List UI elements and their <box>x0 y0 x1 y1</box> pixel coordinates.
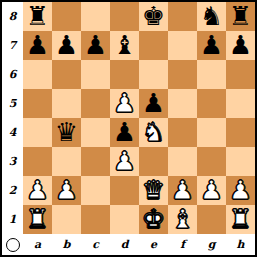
square-a6[interactable] <box>23 60 52 89</box>
piece-white-pawn: ♟ <box>229 176 252 205</box>
piece-white-pawn: ♟ <box>200 176 223 205</box>
square-e5[interactable]: ♟ <box>139 89 168 118</box>
side-to-move-corner <box>2 234 23 255</box>
piece-white-king: ♚ <box>142 205 165 234</box>
piece-black-pawn: ♟ <box>26 31 49 60</box>
piece-black-bishop: ♝ <box>113 31 136 60</box>
square-f8[interactable] <box>168 2 197 31</box>
square-e1[interactable]: ♚ <box>139 205 168 234</box>
square-g6[interactable] <box>197 60 226 89</box>
square-g2[interactable]: ♟ <box>197 176 226 205</box>
piece-white-pawn: ♟ <box>26 176 49 205</box>
square-d6[interactable] <box>110 60 139 89</box>
square-b3[interactable] <box>52 147 81 176</box>
square-g7[interactable]: ♟ <box>197 31 226 60</box>
square-h2[interactable]: ♟ <box>226 176 255 205</box>
square-f1[interactable]: ♝ <box>168 205 197 234</box>
rank-label-7: 7 <box>2 31 23 60</box>
square-d8[interactable] <box>110 2 139 31</box>
square-h3[interactable] <box>226 147 255 176</box>
square-d7[interactable]: ♝ <box>110 31 139 60</box>
piece-black-pawn: ♟ <box>55 31 78 60</box>
piece-white-pawn: ♟ <box>171 176 194 205</box>
piece-white-rook: ♜ <box>229 205 252 234</box>
square-g4[interactable] <box>197 118 226 147</box>
square-b2[interactable]: ♟ <box>52 176 81 205</box>
square-e2[interactable]: ♛ <box>139 176 168 205</box>
white-to-move-circle-icon <box>6 238 20 252</box>
square-a2[interactable]: ♟ <box>23 176 52 205</box>
square-e6[interactable] <box>139 60 168 89</box>
square-c3[interactable] <box>81 147 110 176</box>
square-h5[interactable] <box>226 89 255 118</box>
square-d2[interactable] <box>110 176 139 205</box>
square-a1[interactable]: ♜ <box>23 205 52 234</box>
square-b7[interactable]: ♟ <box>52 31 81 60</box>
square-e3[interactable] <box>139 147 168 176</box>
square-d5[interactable]: ♟ <box>110 89 139 118</box>
square-e4[interactable]: ♞ <box>139 118 168 147</box>
chess-diagram: 87654321 ♜♚♞♜♟♟♟♝♟♟♟♟♛♟♞♟♟♟♛♟♟♟♜♚♝♜ abcd… <box>0 0 257 257</box>
file-label-d: d <box>110 234 139 255</box>
rank-label-2: 2 <box>2 176 23 205</box>
square-c5[interactable] <box>81 89 110 118</box>
rank-label-6: 6 <box>2 60 23 89</box>
square-h1[interactable]: ♜ <box>226 205 255 234</box>
piece-black-pawn: ♟ <box>200 31 223 60</box>
rank-labels: 87654321 <box>2 2 23 234</box>
file-label-e: e <box>139 234 168 255</box>
square-h8[interactable]: ♜ <box>226 2 255 31</box>
square-d3[interactable]: ♟ <box>110 147 139 176</box>
piece-white-bishop: ♝ <box>171 205 194 234</box>
file-label-h: h <box>226 234 255 255</box>
rank-label-8: 8 <box>2 2 23 31</box>
square-a5[interactable] <box>23 89 52 118</box>
square-d4[interactable]: ♟ <box>110 118 139 147</box>
square-c7[interactable]: ♟ <box>81 31 110 60</box>
square-d1[interactable] <box>110 205 139 234</box>
file-labels: abcdefgh <box>23 234 255 255</box>
file-label-a: a <box>23 234 52 255</box>
square-a7[interactable]: ♟ <box>23 31 52 60</box>
rank-label-3: 3 <box>2 147 23 176</box>
piece-black-queen: ♛ <box>55 118 78 147</box>
square-c4[interactable] <box>81 118 110 147</box>
piece-white-knight: ♞ <box>142 118 165 147</box>
file-label-f: f <box>168 234 197 255</box>
square-c8[interactable] <box>81 2 110 31</box>
piece-black-knight: ♞ <box>200 2 223 31</box>
rank-label-5: 5 <box>2 89 23 118</box>
square-g3[interactable] <box>197 147 226 176</box>
square-f7[interactable] <box>168 31 197 60</box>
file-label-b: b <box>52 234 81 255</box>
square-b1[interactable] <box>52 205 81 234</box>
square-f2[interactable]: ♟ <box>168 176 197 205</box>
square-e7[interactable] <box>139 31 168 60</box>
piece-black-pawn: ♟ <box>229 31 252 60</box>
square-g1[interactable] <box>197 205 226 234</box>
square-b8[interactable] <box>52 2 81 31</box>
square-h4[interactable] <box>226 118 255 147</box>
square-g8[interactable]: ♞ <box>197 2 226 31</box>
square-f6[interactable] <box>168 60 197 89</box>
piece-white-rook: ♜ <box>26 205 49 234</box>
chess-board: ♜♚♞♜♟♟♟♝♟♟♟♟♛♟♞♟♟♟♛♟♟♟♜♚♝♜ <box>23 2 255 234</box>
square-h7[interactable]: ♟ <box>226 31 255 60</box>
square-h6[interactable] <box>226 60 255 89</box>
file-label-g: g <box>197 234 226 255</box>
piece-black-rook: ♜ <box>26 2 49 31</box>
piece-black-king: ♚ <box>142 2 165 31</box>
square-f5[interactable] <box>168 89 197 118</box>
square-b6[interactable] <box>52 60 81 89</box>
piece-black-pawn: ♟ <box>84 31 107 60</box>
square-b5[interactable] <box>52 89 81 118</box>
piece-white-pawn: ♟ <box>55 176 78 205</box>
square-c6[interactable] <box>81 60 110 89</box>
piece-black-pawn: ♟ <box>142 89 165 118</box>
square-f4[interactable] <box>168 118 197 147</box>
piece-white-pawn: ♟ <box>113 147 136 176</box>
piece-black-rook: ♜ <box>229 2 252 31</box>
piece-white-pawn: ♟ <box>113 89 136 118</box>
square-a8[interactable]: ♜ <box>23 2 52 31</box>
square-c1[interactable] <box>81 205 110 234</box>
piece-white-queen: ♛ <box>142 176 165 205</box>
piece-black-pawn: ♟ <box>113 118 136 147</box>
square-f3[interactable] <box>168 147 197 176</box>
square-c2[interactable] <box>81 176 110 205</box>
square-a3[interactable] <box>23 147 52 176</box>
square-b4[interactable]: ♛ <box>52 118 81 147</box>
rank-label-1: 1 <box>2 205 23 234</box>
rank-label-4: 4 <box>2 118 23 147</box>
square-a4[interactable] <box>23 118 52 147</box>
square-e8[interactable]: ♚ <box>139 2 168 31</box>
square-g5[interactable] <box>197 89 226 118</box>
file-label-c: c <box>81 234 110 255</box>
